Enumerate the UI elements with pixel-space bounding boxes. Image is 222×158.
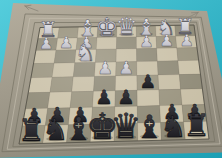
black-rook-h8[interactable]: ♜ <box>18 113 45 148</box>
white-king-e1[interactable]: ♚ <box>96 12 119 42</box>
white-pawn-d4[interactable]: ♟ <box>118 58 134 78</box>
black-bishop-f8[interactable]: ♝ <box>64 110 93 148</box>
white-queen-d1[interactable]: ♛ <box>116 12 138 41</box>
black-pawn-c5[interactable]: ♟ <box>140 71 157 92</box>
white-pawn-a2[interactable]: ♟ <box>179 31 193 50</box>
white-pawn-c2[interactable]: ♟ <box>139 32 153 51</box>
black-rook-a8[interactable]: ♜ <box>183 108 210 143</box>
white-pawn-b2[interactable]: ♟ <box>159 31 173 50</box>
black-knight-g8[interactable]: ♞ <box>42 112 69 147</box>
white-pawn-g2[interactable]: ♟ <box>59 33 73 52</box>
white-knight-f3[interactable]: ♞ <box>75 39 96 66</box>
chess-app-window: ♜♞♝♛♚♝♜♟♟♟♟♟♟♞♟♟♟♟♟♟♟♟♟♟♜♞♝♛♚♝♞♜ <box>0 0 222 158</box>
white-pawn-e4[interactable]: ♟ <box>97 58 113 78</box>
white-pawn-h2[interactable]: ♟ <box>39 34 53 53</box>
chess-board[interactable]: ♜♞♝♛♚♝♜♟♟♟♟♟♟♞♟♟♟♟♟♟♟♟♟♟♜♞♝♛♚♝♞♜ <box>0 0 222 158</box>
